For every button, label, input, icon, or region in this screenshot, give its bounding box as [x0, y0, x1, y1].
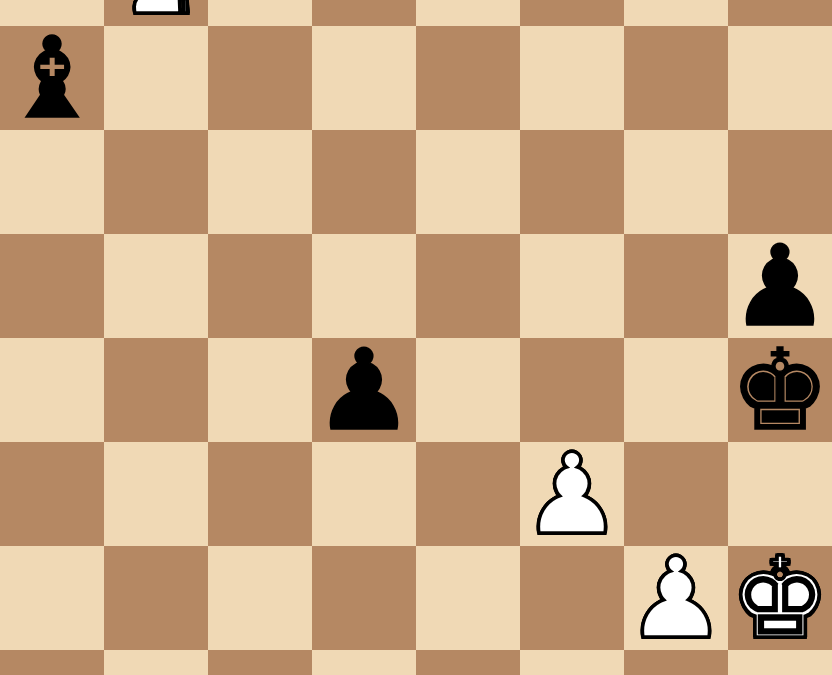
square-a7[interactable]: ♝	[0, 26, 104, 130]
square-g4[interactable]	[624, 338, 728, 442]
piece-black-bishop-a7[interactable]: ♝	[2, 22, 102, 134]
square-c1[interactable]	[208, 650, 312, 675]
square-e7[interactable]	[416, 26, 520, 130]
board-viewport: ♞♝♟♟♚♟♟♚	[0, 0, 832, 675]
square-a2[interactable]	[0, 546, 104, 650]
square-d7[interactable]	[312, 26, 416, 130]
square-b4[interactable]	[104, 338, 208, 442]
square-c3[interactable]	[208, 442, 312, 546]
square-b7[interactable]	[104, 26, 208, 130]
square-h8[interactable]	[728, 0, 832, 26]
square-d4[interactable]: ♟	[312, 338, 416, 442]
square-a3[interactable]	[0, 442, 104, 546]
square-h6[interactable]	[728, 130, 832, 234]
piece-black-pawn-d4[interactable]: ♟	[314, 334, 414, 446]
square-d2[interactable]	[312, 546, 416, 650]
square-g6[interactable]	[624, 130, 728, 234]
square-e8[interactable]	[416, 0, 520, 26]
square-g7[interactable]	[624, 26, 728, 130]
square-g2[interactable]: ♟	[624, 546, 728, 650]
square-c7[interactable]	[208, 26, 312, 130]
square-b1[interactable]	[104, 650, 208, 675]
square-e1[interactable]	[416, 650, 520, 675]
square-h3[interactable]	[728, 442, 832, 546]
square-h2[interactable]: ♚	[728, 546, 832, 650]
square-f7[interactable]	[520, 26, 624, 130]
square-b5[interactable]	[104, 234, 208, 338]
square-g3[interactable]	[624, 442, 728, 546]
piece-black-king-h4[interactable]: ♚	[730, 334, 830, 446]
square-a5[interactable]	[0, 234, 104, 338]
square-d6[interactable]	[312, 130, 416, 234]
square-h5[interactable]: ♟	[728, 234, 832, 338]
square-h4[interactable]: ♚	[728, 338, 832, 442]
square-e3[interactable]	[416, 442, 520, 546]
square-f5[interactable]	[520, 234, 624, 338]
square-e6[interactable]	[416, 130, 520, 234]
chess-board: ♞♝♟♟♚♟♟♚	[0, 0, 832, 675]
square-f3[interactable]: ♟	[520, 442, 624, 546]
square-g1[interactable]	[624, 650, 728, 675]
square-e4[interactable]	[416, 338, 520, 442]
square-c8[interactable]	[208, 0, 312, 26]
square-b2[interactable]	[104, 546, 208, 650]
piece-white-king-h2[interactable]: ♚	[730, 542, 830, 654]
square-c4[interactable]	[208, 338, 312, 442]
square-b6[interactable]	[104, 130, 208, 234]
square-f2[interactable]	[520, 546, 624, 650]
square-d5[interactable]	[312, 234, 416, 338]
square-c5[interactable]	[208, 234, 312, 338]
square-d3[interactable]	[312, 442, 416, 546]
square-d1[interactable]	[312, 650, 416, 675]
piece-white-pawn-f3[interactable]: ♟	[522, 438, 622, 550]
square-a1[interactable]	[0, 650, 104, 675]
square-e5[interactable]	[416, 234, 520, 338]
square-d8[interactable]	[312, 0, 416, 26]
square-c6[interactable]	[208, 130, 312, 234]
square-g8[interactable]	[624, 0, 728, 26]
square-a4[interactable]	[0, 338, 104, 442]
square-b3[interactable]	[104, 442, 208, 546]
square-g5[interactable]	[624, 234, 728, 338]
piece-white-pawn-g2[interactable]: ♟	[626, 542, 726, 654]
square-f6[interactable]	[520, 130, 624, 234]
square-f1[interactable]	[520, 650, 624, 675]
square-b8[interactable]: ♞	[104, 0, 208, 26]
square-a6[interactable]	[0, 130, 104, 234]
square-c2[interactable]	[208, 546, 312, 650]
square-e2[interactable]	[416, 546, 520, 650]
square-h7[interactable]	[728, 26, 832, 130]
square-f4[interactable]	[520, 338, 624, 442]
square-h1[interactable]	[728, 650, 832, 675]
square-f8[interactable]	[520, 0, 624, 26]
